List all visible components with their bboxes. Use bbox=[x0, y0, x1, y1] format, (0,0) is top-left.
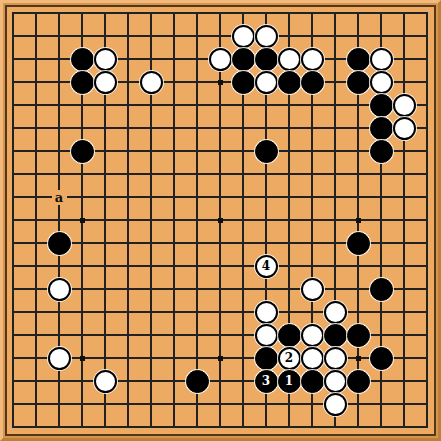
stone-black bbox=[232, 48, 255, 71]
grid-line-horizontal bbox=[12, 288, 428, 290]
stone-white: 4 bbox=[255, 255, 278, 278]
stone-white bbox=[393, 117, 416, 140]
stone-black bbox=[347, 232, 370, 255]
stone-black bbox=[278, 71, 301, 94]
board-letter-label: a bbox=[52, 190, 67, 205]
stone-black bbox=[347, 71, 370, 94]
stone-white bbox=[255, 324, 278, 347]
stone-black bbox=[370, 347, 393, 370]
star-point bbox=[356, 356, 361, 361]
stone-black: 1 bbox=[278, 370, 301, 393]
stone-black bbox=[71, 140, 94, 163]
stone-black bbox=[347, 324, 370, 347]
move-number-label: 2 bbox=[285, 352, 293, 364]
stone-white bbox=[301, 347, 324, 370]
grid-line-horizontal bbox=[12, 426, 428, 428]
stone-white bbox=[324, 370, 347, 393]
stone-black bbox=[71, 48, 94, 71]
grid-line-vertical bbox=[426, 12, 428, 428]
stone-black bbox=[370, 117, 393, 140]
star-point bbox=[218, 356, 223, 361]
stone-white bbox=[301, 48, 324, 71]
stone-white bbox=[393, 94, 416, 117]
board-layer: 4231a bbox=[0, 0, 441, 441]
star-point bbox=[356, 218, 361, 223]
stone-white bbox=[48, 278, 71, 301]
star-point bbox=[80, 218, 85, 223]
stone-white bbox=[370, 48, 393, 71]
stone-white: 2 bbox=[278, 347, 301, 370]
move-number-label: 1 bbox=[285, 375, 293, 387]
stone-black bbox=[255, 48, 278, 71]
stone-black bbox=[255, 140, 278, 163]
star-point bbox=[80, 356, 85, 361]
stone-white bbox=[278, 48, 301, 71]
grid-line-horizontal bbox=[12, 311, 428, 313]
stone-white bbox=[255, 301, 278, 324]
stone-white bbox=[255, 25, 278, 48]
stone-black bbox=[370, 94, 393, 117]
grid-line-horizontal bbox=[12, 265, 428, 267]
stone-black bbox=[370, 278, 393, 301]
stone-black: 3 bbox=[255, 370, 278, 393]
stone-black bbox=[347, 48, 370, 71]
stone-white bbox=[301, 278, 324, 301]
stone-black bbox=[347, 370, 370, 393]
stone-white bbox=[94, 71, 117, 94]
stone-white bbox=[324, 347, 347, 370]
grid-line-vertical bbox=[403, 12, 405, 428]
stone-white bbox=[255, 71, 278, 94]
stone-white bbox=[301, 324, 324, 347]
star-point bbox=[218, 218, 223, 223]
stone-white bbox=[48, 347, 71, 370]
stone-white bbox=[324, 301, 347, 324]
stone-black bbox=[301, 370, 324, 393]
stone-black bbox=[48, 232, 71, 255]
move-number-label: 3 bbox=[262, 375, 270, 387]
stone-black bbox=[232, 71, 255, 94]
star-point bbox=[218, 80, 223, 85]
stone-white bbox=[324, 393, 347, 416]
go-diagram: 4231a bbox=[0, 0, 441, 441]
stone-black bbox=[301, 71, 324, 94]
stone-white bbox=[94, 48, 117, 71]
stone-white bbox=[94, 370, 117, 393]
stone-black bbox=[255, 347, 278, 370]
stone-black bbox=[278, 324, 301, 347]
stone-white bbox=[140, 71, 163, 94]
stone-black bbox=[324, 324, 347, 347]
stone-white bbox=[232, 25, 255, 48]
stone-black bbox=[71, 71, 94, 94]
stone-black bbox=[186, 370, 209, 393]
stone-white bbox=[370, 71, 393, 94]
stone-white bbox=[209, 48, 232, 71]
grid-line-horizontal bbox=[12, 403, 428, 405]
stone-black bbox=[370, 140, 393, 163]
move-number-label: 4 bbox=[262, 260, 270, 272]
